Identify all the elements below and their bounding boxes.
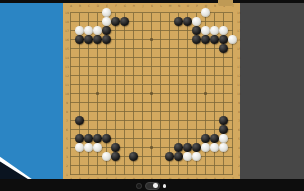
black-stone[interactable] [84, 134, 93, 143]
white-stone[interactable] [219, 143, 228, 152]
star-point [204, 92, 207, 95]
grid-line [160, 13, 161, 176]
white-stone[interactable] [228, 35, 237, 44]
white-stone[interactable] [183, 152, 192, 161]
grid-line [70, 165, 233, 166]
coordinate-label: D [95, 4, 100, 7]
coordinate-label: 17 [237, 29, 242, 32]
right-panel [240, 0, 304, 190]
black-stone[interactable] [102, 35, 111, 44]
black-stone[interactable] [219, 116, 228, 125]
black-stone[interactable] [174, 17, 183, 26]
white-stone[interactable] [192, 17, 201, 26]
grid-line [142, 13, 143, 176]
coordinate-label: 9 [64, 101, 69, 104]
black-stone[interactable] [129, 152, 138, 161]
coordinate-label: R [212, 4, 217, 7]
coordinate-label: O [185, 4, 190, 7]
black-stone[interactable] [75, 35, 84, 44]
black-stone[interactable] [102, 134, 111, 143]
grid-line [70, 129, 233, 130]
black-stone[interactable] [75, 116, 84, 125]
coordinate-label: 16 [237, 38, 242, 41]
black-stone[interactable] [174, 143, 183, 152]
star-point [150, 146, 153, 149]
white-stone[interactable] [210, 143, 219, 152]
black-stone[interactable] [210, 134, 219, 143]
coordinate-label: 11 [64, 83, 69, 86]
black-stone[interactable] [201, 134, 210, 143]
stone-color-toggle[interactable] [145, 182, 160, 191]
black-stone[interactable] [183, 143, 192, 152]
white-stone[interactable] [93, 26, 102, 35]
grid-line [70, 13, 71, 176]
coordinate-label: N [176, 4, 181, 7]
black-stone[interactable] [210, 35, 219, 44]
black-stone[interactable] [219, 44, 228, 53]
white-stone[interactable] [75, 26, 84, 35]
black-stone[interactable] [219, 35, 228, 44]
coordinate-label: B [77, 4, 82, 7]
coordinate-label: 12 [237, 74, 242, 77]
black-stone[interactable] [102, 26, 111, 35]
grid-line [70, 174, 233, 175]
coordinate-label: 15 [237, 47, 242, 50]
coordinate-label: Q [203, 4, 208, 7]
coordinate-label: 18 [64, 20, 69, 23]
coordinate-label: 5 [237, 137, 242, 140]
coordinate-label: 19 [237, 11, 242, 14]
corner-triangle [0, 0, 63, 190]
coordinate-label: 10 [237, 92, 242, 95]
black-stone[interactable] [93, 134, 102, 143]
coordinate-label: 15 [64, 47, 69, 50]
white-stone[interactable] [84, 26, 93, 35]
coordinate-label: A [68, 4, 73, 7]
app-window: AABBCCDDEEFFGGHHJJKKLLMMNNOOPPQQRRSSTT19… [0, 0, 304, 190]
coordinate-label: F [113, 4, 118, 7]
white-stone[interactable] [210, 26, 219, 35]
toggle-knob [153, 183, 158, 188]
black-stone[interactable] [219, 125, 228, 134]
coordinate-label: 14 [64, 56, 69, 59]
coordinate-label: 10 [64, 92, 69, 95]
black-stone[interactable] [192, 143, 201, 152]
black-stone[interactable] [165, 152, 174, 161]
white-stone[interactable] [201, 143, 210, 152]
coordinate-label: 9 [237, 101, 242, 104]
coordinate-label: 8 [64, 110, 69, 113]
top-bar [0, 0, 304, 3]
coordinate-label: 16 [64, 38, 69, 41]
coordinate-label: 13 [64, 65, 69, 68]
black-stone[interactable] [201, 35, 210, 44]
coordinate-label: J [140, 4, 145, 7]
black-stone[interactable] [84, 35, 93, 44]
grid-line [70, 111, 233, 112]
black-stone[interactable] [192, 26, 201, 35]
coordinate-label: 3 [64, 155, 69, 158]
black-stone[interactable] [75, 134, 84, 143]
white-stone[interactable] [102, 17, 111, 26]
coordinate-label: 19 [64, 11, 69, 14]
stone-color-control[interactable] [136, 182, 166, 191]
coordinate-label: 2 [64, 164, 69, 167]
grid-line [124, 13, 125, 176]
coordinate-label: 7 [237, 119, 242, 122]
coordinate-label: 17 [64, 29, 69, 32]
coordinate-label: 14 [237, 56, 242, 59]
coordinate-label: H [131, 4, 136, 7]
coordinate-label: 6 [237, 128, 242, 131]
star-point [150, 92, 153, 95]
white-stone-icon [163, 184, 167, 188]
coordinate-label: 13 [237, 65, 242, 68]
coordinate-label: 1 [64, 173, 69, 176]
grid-line [70, 120, 233, 121]
bottom-bar [0, 179, 304, 190]
grid-line [70, 156, 233, 157]
coordinate-label: 7 [64, 119, 69, 122]
white-stone[interactable] [201, 8, 210, 17]
white-stone[interactable] [192, 152, 201, 161]
white-stone[interactable] [75, 143, 84, 152]
coordinate-label: M [167, 4, 172, 7]
star-point [96, 92, 99, 95]
coordinate-label: 4 [64, 146, 69, 149]
black-stone[interactable] [120, 17, 129, 26]
coordinate-label: 5 [64, 137, 69, 140]
coordinate-label: 18 [237, 20, 242, 23]
coordinate-label: 2 [237, 164, 242, 167]
black-stone[interactable] [183, 17, 192, 26]
white-stone[interactable] [93, 143, 102, 152]
coordinate-label: P [194, 4, 199, 7]
white-stone[interactable] [201, 26, 210, 35]
top-right-tab[interactable] [218, 0, 233, 6]
white-stone[interactable] [219, 26, 228, 35]
coordinate-label: 3 [237, 155, 242, 158]
coordinate-label: G [122, 4, 127, 7]
black-stone[interactable] [111, 143, 120, 152]
coordinate-label: 4 [237, 146, 242, 149]
black-stone-icon [136, 183, 142, 189]
white-stone[interactable] [102, 152, 111, 161]
coordinate-label: 12 [64, 74, 69, 77]
black-stone[interactable] [93, 35, 102, 44]
black-stone[interactable] [111, 152, 120, 161]
grid-line [169, 13, 170, 176]
black-stone[interactable] [111, 17, 120, 26]
coordinate-label: 11 [237, 83, 242, 86]
left-panel [0, 0, 63, 190]
coordinate-label: 6 [64, 128, 69, 131]
star-point [150, 38, 153, 41]
go-board[interactable]: AABBCCDDEEFFGGHHJJKKLLMMNNOOPPQQRRSSTT19… [63, 2, 240, 179]
coordinate-label: L [158, 4, 163, 7]
black-stone[interactable] [192, 35, 201, 44]
white-stone[interactable] [84, 143, 93, 152]
coordinate-label: C [86, 4, 91, 7]
white-stone[interactable] [219, 134, 228, 143]
grid-line [133, 13, 134, 176]
coordinate-label: 1 [237, 173, 242, 176]
white-stone[interactable] [102, 8, 111, 17]
coordinate-label: K [149, 4, 154, 7]
coordinate-label: 8 [237, 110, 242, 113]
coordinate-label: E [104, 4, 109, 7]
black-stone[interactable] [174, 152, 183, 161]
grid-line [70, 102, 233, 103]
